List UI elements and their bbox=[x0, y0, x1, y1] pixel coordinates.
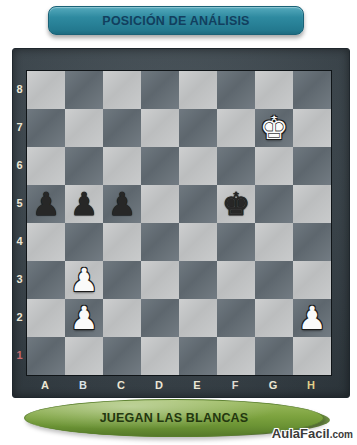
square-g6[interactable] bbox=[255, 147, 293, 185]
rank-label-5: 5 bbox=[13, 184, 26, 222]
chess-board: 87654321 ♚♟♟♟♚♟♟♟ ABCDEFGH bbox=[12, 48, 350, 398]
rank-label-2: 2 bbox=[13, 298, 26, 336]
square-b1[interactable] bbox=[65, 337, 103, 375]
square-f4[interactable] bbox=[217, 223, 255, 261]
file-label-a: A bbox=[26, 376, 64, 394]
header-banner: POSICIÓN DE ANÁLISIS bbox=[48, 6, 304, 35]
square-e5[interactable] bbox=[179, 185, 217, 223]
file-label-g: G bbox=[254, 376, 292, 394]
square-f2[interactable] bbox=[217, 299, 255, 337]
square-f6[interactable] bbox=[217, 147, 255, 185]
square-d2[interactable] bbox=[141, 299, 179, 337]
rank-label-8: 8 bbox=[13, 70, 26, 108]
square-a7[interactable] bbox=[27, 109, 65, 147]
square-a2[interactable] bbox=[27, 299, 65, 337]
square-c6[interactable] bbox=[103, 147, 141, 185]
square-b6[interactable] bbox=[65, 147, 103, 185]
square-f5[interactable]: ♚ bbox=[217, 185, 255, 223]
white-pawn[interactable]: ♟ bbox=[70, 299, 99, 337]
square-g5[interactable] bbox=[255, 185, 293, 223]
black-pawn[interactable]: ♟ bbox=[108, 185, 137, 223]
square-e1[interactable] bbox=[179, 337, 217, 375]
square-h7[interactable] bbox=[293, 109, 331, 147]
square-a8[interactable] bbox=[27, 71, 65, 109]
square-d7[interactable] bbox=[141, 109, 179, 147]
file-label-b: B bbox=[64, 376, 102, 394]
square-d4[interactable] bbox=[141, 223, 179, 261]
square-c3[interactable] bbox=[103, 261, 141, 299]
white-pawn[interactable]: ♟ bbox=[70, 261, 99, 299]
brand-suffix: .com bbox=[330, 429, 353, 440]
board-grid: ♚♟♟♟♚♟♟♟ bbox=[26, 70, 332, 376]
square-h5[interactable] bbox=[293, 185, 331, 223]
square-g3[interactable] bbox=[255, 261, 293, 299]
square-h1[interactable] bbox=[293, 337, 331, 375]
square-g1[interactable] bbox=[255, 337, 293, 375]
square-g2[interactable] bbox=[255, 299, 293, 337]
square-g4[interactable] bbox=[255, 223, 293, 261]
square-f1[interactable] bbox=[217, 337, 255, 375]
header-title: POSICIÓN DE ANÁLISIS bbox=[102, 14, 249, 28]
square-h2[interactable]: ♟ bbox=[293, 299, 331, 337]
file-label-f: F bbox=[216, 376, 254, 394]
square-d8[interactable] bbox=[141, 71, 179, 109]
rank-label-7: 7 bbox=[13, 108, 26, 146]
analysis-diagram: POSICIÓN DE ANÁLISIS 87654321 ♚♟♟♟♚♟♟♟ A… bbox=[0, 0, 357, 445]
file-label-e: E bbox=[178, 376, 216, 394]
file-labels: ABCDEFGH bbox=[26, 376, 330, 394]
square-h4[interactable] bbox=[293, 223, 331, 261]
black-pawn[interactable]: ♟ bbox=[70, 185, 99, 223]
square-a6[interactable] bbox=[27, 147, 65, 185]
square-e6[interactable] bbox=[179, 147, 217, 185]
square-b4[interactable] bbox=[65, 223, 103, 261]
square-b2[interactable]: ♟ bbox=[65, 299, 103, 337]
square-b7[interactable] bbox=[65, 109, 103, 147]
square-a4[interactable] bbox=[27, 223, 65, 261]
square-c1[interactable] bbox=[103, 337, 141, 375]
square-c7[interactable] bbox=[103, 109, 141, 147]
square-e8[interactable] bbox=[179, 71, 217, 109]
white-pawn[interactable]: ♟ bbox=[298, 299, 327, 337]
brand-logo: AulaFacil.com bbox=[272, 426, 353, 441]
square-d6[interactable] bbox=[141, 147, 179, 185]
square-a5[interactable]: ♟ bbox=[27, 185, 65, 223]
square-h8[interactable] bbox=[293, 71, 331, 109]
square-d3[interactable] bbox=[141, 261, 179, 299]
square-e4[interactable] bbox=[179, 223, 217, 261]
rank-label-3: 3 bbox=[13, 260, 26, 298]
rank-label-6: 6 bbox=[13, 146, 26, 184]
white-king[interactable]: ♚ bbox=[260, 109, 289, 147]
square-e7[interactable] bbox=[179, 109, 217, 147]
footer-banner-label: JUEGAN LAS BLANCAS bbox=[100, 411, 249, 425]
black-king[interactable]: ♚ bbox=[222, 185, 251, 223]
square-a1[interactable] bbox=[27, 337, 65, 375]
square-e2[interactable] bbox=[179, 299, 217, 337]
square-f3[interactable] bbox=[217, 261, 255, 299]
square-c4[interactable] bbox=[103, 223, 141, 261]
square-d1[interactable] bbox=[141, 337, 179, 375]
square-b8[interactable] bbox=[65, 71, 103, 109]
square-b5[interactable]: ♟ bbox=[65, 185, 103, 223]
square-f7[interactable] bbox=[217, 109, 255, 147]
square-e3[interactable] bbox=[179, 261, 217, 299]
file-label-h: H bbox=[292, 376, 330, 394]
square-c8[interactable] bbox=[103, 71, 141, 109]
rank-label-1: 1 bbox=[13, 336, 26, 374]
square-c5[interactable]: ♟ bbox=[103, 185, 141, 223]
square-f8[interactable] bbox=[217, 71, 255, 109]
square-h3[interactable] bbox=[293, 261, 331, 299]
square-g8[interactable] bbox=[255, 71, 293, 109]
file-label-d: D bbox=[140, 376, 178, 394]
square-h6[interactable] bbox=[293, 147, 331, 185]
square-d5[interactable] bbox=[141, 185, 179, 223]
square-a3[interactable] bbox=[27, 261, 65, 299]
rank-labels: 87654321 bbox=[13, 70, 26, 374]
square-c2[interactable] bbox=[103, 299, 141, 337]
square-g7[interactable]: ♚ bbox=[255, 109, 293, 147]
brand-name: AulaFacil bbox=[272, 426, 330, 441]
file-label-c: C bbox=[102, 376, 140, 394]
square-b3[interactable]: ♟ bbox=[65, 261, 103, 299]
black-pawn[interactable]: ♟ bbox=[32, 185, 61, 223]
rank-label-4: 4 bbox=[13, 222, 26, 260]
